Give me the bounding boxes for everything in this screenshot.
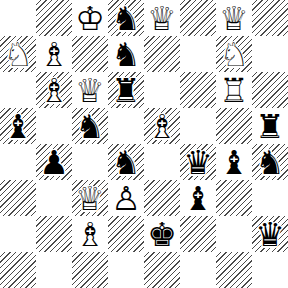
square-b5[interactable] [36, 108, 72, 144]
square-g2[interactable] [216, 216, 252, 252]
square-g7[interactable]: ♞♘ [216, 36, 252, 72]
black-bishop-piece-halo: ♝ [216, 144, 252, 180]
white-bishop-piece-halo: ♝ [36, 72, 72, 108]
black-bishop-piece: ♝ [180, 180, 216, 216]
white-king-piece: ♔ [72, 0, 108, 36]
black-queen-piece-halo: ♛ [180, 144, 216, 180]
white-queen-piece-halo: ♛ [72, 72, 108, 108]
white-queen-piece: ♕ [72, 180, 108, 216]
square-a7[interactable]: ♞♘ [0, 36, 36, 72]
square-c6[interactable]: ♛♕ [72, 72, 108, 108]
square-d5[interactable] [108, 108, 144, 144]
white-queen-piece-halo: ♛ [144, 0, 180, 36]
black-rook-piece-halo: ♜ [108, 72, 144, 108]
white-knight-piece-halo: ♞ [0, 36, 36, 72]
square-c3[interactable]: ♛♕ [72, 180, 108, 216]
square-f4[interactable]: ♛♛ [180, 144, 216, 180]
chess-board: ♚♔♞♞♛♕♛♕♞♘♝♗♞♞♞♘♝♗♛♕♜♜♜♖♝♝♞♞♝♗♜♜♟♟♞♞♛♛♝♝… [0, 0, 288, 288]
square-a8[interactable] [0, 0, 36, 36]
black-king-piece-halo: ♚ [144, 216, 180, 252]
white-queen-piece-halo: ♛ [216, 0, 252, 36]
black-queen-piece-halo: ♛ [252, 216, 288, 252]
black-rook-piece: ♜ [108, 72, 144, 108]
square-g5[interactable] [216, 108, 252, 144]
square-a3[interactable] [0, 180, 36, 216]
white-rook-piece: ♖ [216, 72, 252, 108]
square-d1[interactable] [108, 252, 144, 288]
black-queen-piece: ♛ [180, 144, 216, 180]
square-d2[interactable] [108, 216, 144, 252]
black-knight-piece-halo: ♞ [72, 108, 108, 144]
black-bishop-piece-halo: ♝ [0, 108, 36, 144]
black-knight-piece-halo: ♞ [252, 144, 288, 180]
square-g8[interactable]: ♛♕ [216, 0, 252, 36]
square-h3[interactable] [252, 180, 288, 216]
square-d8[interactable]: ♞♞ [108, 0, 144, 36]
square-c4[interactable] [72, 144, 108, 180]
black-knight-piece: ♞ [108, 144, 144, 180]
square-a1[interactable] [0, 252, 36, 288]
square-h5[interactable]: ♜♜ [252, 108, 288, 144]
square-g4[interactable]: ♝♝ [216, 144, 252, 180]
square-d7[interactable]: ♞♞ [108, 36, 144, 72]
white-bishop-piece: ♗ [72, 216, 108, 252]
square-g3[interactable] [216, 180, 252, 216]
white-bishop-piece: ♗ [36, 72, 72, 108]
square-h7[interactable] [252, 36, 288, 72]
black-rook-piece-halo: ♜ [252, 108, 288, 144]
white-rook-piece-halo: ♜ [216, 72, 252, 108]
white-queen-piece: ♕ [216, 0, 252, 36]
square-f3[interactable]: ♝♝ [180, 180, 216, 216]
square-a5[interactable]: ♝♝ [0, 108, 36, 144]
black-bishop-piece-halo: ♝ [180, 180, 216, 216]
square-h8[interactable] [252, 0, 288, 36]
square-h6[interactable] [252, 72, 288, 108]
square-b8[interactable] [36, 0, 72, 36]
square-e6[interactable] [144, 72, 180, 108]
black-knight-piece-halo: ♞ [108, 0, 144, 36]
square-d6[interactable]: ♜♜ [108, 72, 144, 108]
white-knight-piece: ♘ [0, 36, 36, 72]
black-rook-piece: ♜ [252, 108, 288, 144]
square-c8[interactable]: ♚♔ [72, 0, 108, 36]
square-b7[interactable]: ♝♗ [36, 36, 72, 72]
square-h1[interactable] [252, 252, 288, 288]
black-queen-piece: ♛ [252, 216, 288, 252]
black-bishop-piece: ♝ [216, 144, 252, 180]
square-a2[interactable] [0, 216, 36, 252]
square-c5[interactable]: ♞♞ [72, 108, 108, 144]
white-pawn-piece: ♙ [108, 180, 144, 216]
square-h4[interactable]: ♞♞ [252, 144, 288, 180]
square-b2[interactable] [36, 216, 72, 252]
square-e5[interactable]: ♝♗ [144, 108, 180, 144]
square-b6[interactable]: ♝♗ [36, 72, 72, 108]
square-c2[interactable]: ♝♗ [72, 216, 108, 252]
square-g6[interactable]: ♜♖ [216, 72, 252, 108]
white-queen-piece-halo: ♛ [72, 180, 108, 216]
black-knight-piece-halo: ♞ [108, 144, 144, 180]
square-d4[interactable]: ♞♞ [108, 144, 144, 180]
white-bishop-piece-halo: ♝ [144, 108, 180, 144]
square-f5[interactable] [180, 108, 216, 144]
square-f6[interactable] [180, 72, 216, 108]
square-f2[interactable] [180, 216, 216, 252]
black-knight-piece-halo: ♞ [108, 36, 144, 72]
square-e2[interactable]: ♚♚ [144, 216, 180, 252]
white-bishop-piece: ♗ [36, 36, 72, 72]
square-e3[interactable] [144, 180, 180, 216]
white-queen-piece: ♕ [72, 72, 108, 108]
black-knight-piece: ♞ [108, 0, 144, 36]
white-king-piece-halo: ♚ [72, 0, 108, 36]
square-f8[interactable] [180, 0, 216, 36]
square-e4[interactable] [144, 144, 180, 180]
square-c1[interactable] [72, 252, 108, 288]
square-a6[interactable] [0, 72, 36, 108]
square-b3[interactable] [36, 180, 72, 216]
square-b4[interactable]: ♟♟ [36, 144, 72, 180]
white-knight-piece: ♘ [216, 36, 252, 72]
white-queen-piece: ♕ [144, 0, 180, 36]
square-b1[interactable] [36, 252, 72, 288]
square-e7[interactable] [144, 36, 180, 72]
square-f1[interactable] [180, 252, 216, 288]
white-bishop-piece-halo: ♝ [72, 216, 108, 252]
square-g1[interactable] [216, 252, 252, 288]
black-pawn-piece: ♟ [36, 144, 72, 180]
black-king-piece: ♚ [144, 216, 180, 252]
white-bishop-piece-halo: ♝ [36, 36, 72, 72]
white-bishop-piece: ♗ [144, 108, 180, 144]
square-a4[interactable] [0, 144, 36, 180]
square-d3[interactable]: ♟♙ [108, 180, 144, 216]
square-e1[interactable] [144, 252, 180, 288]
square-h2[interactable]: ♛♛ [252, 216, 288, 252]
square-f7[interactable] [180, 36, 216, 72]
black-knight-piece: ♞ [72, 108, 108, 144]
black-knight-piece: ♞ [252, 144, 288, 180]
black-knight-piece: ♞ [108, 36, 144, 72]
black-pawn-piece-halo: ♟ [36, 144, 72, 180]
black-bishop-piece: ♝ [0, 108, 36, 144]
square-c7[interactable] [72, 36, 108, 72]
white-knight-piece-halo: ♞ [216, 36, 252, 72]
white-pawn-piece-halo: ♟ [108, 180, 144, 216]
square-e8[interactable]: ♛♕ [144, 0, 180, 36]
